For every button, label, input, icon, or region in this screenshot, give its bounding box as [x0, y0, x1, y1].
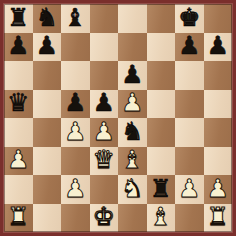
piece-black-pawn[interactable]: ♟: [7, 33, 29, 58]
piece-white-rook[interactable]: ♜: [207, 204, 229, 229]
square-d7[interactable]: [90, 33, 119, 62]
piece-black-knight[interactable]: ♞: [36, 5, 58, 30]
square-g5[interactable]: [175, 90, 204, 119]
square-b2[interactable]: [33, 175, 62, 204]
piece-white-pawn[interactable]: ♟: [121, 90, 143, 115]
square-g6[interactable]: [175, 61, 204, 90]
square-e8[interactable]: [118, 4, 147, 33]
piece-white-pawn[interactable]: ♟: [93, 119, 115, 144]
square-d5[interactable]: ♟: [90, 90, 119, 119]
piece-white-knight[interactable]: ♞: [121, 176, 143, 201]
square-g3[interactable]: [175, 147, 204, 176]
square-e5[interactable]: ♟: [118, 90, 147, 119]
square-d8[interactable]: [90, 4, 119, 33]
square-b5[interactable]: [33, 90, 62, 119]
piece-white-pawn[interactable]: ♟: [207, 176, 229, 201]
piece-white-bishop[interactable]: ♝: [150, 204, 172, 229]
piece-black-king[interactable]: ♚: [178, 5, 200, 30]
square-e2[interactable]: ♞: [118, 175, 147, 204]
square-d2[interactable]: [90, 175, 119, 204]
square-d1[interactable]: ♚: [90, 204, 119, 233]
square-h7[interactable]: ♟: [204, 33, 233, 62]
chess-board: ♜♞♝♚♟♟♟♟♟♛♟♟♟♟♟♞♟♛♝♟♞♜♟♟♜♚♝♜: [4, 4, 232, 232]
square-e3[interactable]: ♝: [118, 147, 147, 176]
piece-white-bishop[interactable]: ♝: [121, 147, 143, 172]
square-h3[interactable]: [204, 147, 233, 176]
piece-black-pawn[interactable]: ♟: [93, 90, 115, 115]
square-a6[interactable]: [4, 61, 33, 90]
square-g1[interactable]: [175, 204, 204, 233]
piece-black-rook[interactable]: ♜: [7, 5, 29, 30]
square-b1[interactable]: [33, 204, 62, 233]
piece-black-pawn[interactable]: ♟: [64, 90, 86, 115]
square-f3[interactable]: [147, 147, 176, 176]
square-d4[interactable]: ♟: [90, 118, 119, 147]
square-c6[interactable]: [61, 61, 90, 90]
square-h8[interactable]: [204, 4, 233, 33]
square-g2[interactable]: ♟: [175, 175, 204, 204]
square-c5[interactable]: ♟: [61, 90, 90, 119]
square-a2[interactable]: [4, 175, 33, 204]
piece-white-pawn[interactable]: ♟: [7, 147, 29, 172]
square-g4[interactable]: [175, 118, 204, 147]
square-h5[interactable]: [204, 90, 233, 119]
square-c1[interactable]: [61, 204, 90, 233]
square-e1[interactable]: [118, 204, 147, 233]
square-h1[interactable]: ♜: [204, 204, 233, 233]
square-a3[interactable]: ♟: [4, 147, 33, 176]
board-frame: ♜♞♝♚♟♟♟♟♟♛♟♟♟♟♟♞♟♛♝♟♞♜♟♟♜♚♝♜: [0, 0, 236, 236]
square-f1[interactable]: ♝: [147, 204, 176, 233]
square-h2[interactable]: ♟: [204, 175, 233, 204]
square-b7[interactable]: ♟: [33, 33, 62, 62]
square-c3[interactable]: [61, 147, 90, 176]
piece-white-pawn[interactable]: ♟: [178, 176, 200, 201]
piece-black-knight[interactable]: ♞: [121, 119, 143, 144]
square-f2[interactable]: ♜: [147, 175, 176, 204]
square-a8[interactable]: ♜: [4, 4, 33, 33]
piece-black-rook[interactable]: ♜: [150, 176, 172, 201]
square-f8[interactable]: [147, 4, 176, 33]
square-e6[interactable]: ♟: [118, 61, 147, 90]
square-a4[interactable]: [4, 118, 33, 147]
piece-black-pawn[interactable]: ♟: [121, 62, 143, 87]
square-h4[interactable]: [204, 118, 233, 147]
square-b3[interactable]: [33, 147, 62, 176]
piece-black-bishop[interactable]: ♝: [64, 5, 86, 30]
piece-black-pawn[interactable]: ♟: [207, 33, 229, 58]
square-a7[interactable]: ♟: [4, 33, 33, 62]
square-a1[interactable]: ♜: [4, 204, 33, 233]
piece-white-queen[interactable]: ♛: [93, 147, 115, 172]
square-d3[interactable]: ♛: [90, 147, 119, 176]
square-f6[interactable]: [147, 61, 176, 90]
square-b4[interactable]: [33, 118, 62, 147]
square-g8[interactable]: ♚: [175, 4, 204, 33]
square-e7[interactable]: [118, 33, 147, 62]
square-c7[interactable]: [61, 33, 90, 62]
square-f5[interactable]: [147, 90, 176, 119]
square-e4[interactable]: ♞: [118, 118, 147, 147]
square-f4[interactable]: [147, 118, 176, 147]
square-b8[interactable]: ♞: [33, 4, 62, 33]
square-c2[interactable]: ♟: [61, 175, 90, 204]
piece-black-queen[interactable]: ♛: [7, 90, 29, 115]
piece-black-pawn[interactable]: ♟: [178, 33, 200, 58]
square-c8[interactable]: ♝: [61, 4, 90, 33]
piece-black-pawn[interactable]: ♟: [36, 33, 58, 58]
square-b6[interactable]: [33, 61, 62, 90]
square-d6[interactable]: [90, 61, 119, 90]
square-f7[interactable]: [147, 33, 176, 62]
piece-white-pawn[interactable]: ♟: [64, 176, 86, 201]
square-a5[interactable]: ♛: [4, 90, 33, 119]
piece-white-rook[interactable]: ♜: [7, 204, 29, 229]
square-c4[interactable]: ♟: [61, 118, 90, 147]
chess-app-window: ♜♞♝♚♟♟♟♟♟♛♟♟♟♟♟♞♟♛♝♟♞♜♟♟♜♚♝♜: [0, 0, 236, 236]
piece-white-king[interactable]: ♚: [93, 204, 115, 229]
square-g7[interactable]: ♟: [175, 33, 204, 62]
piece-white-pawn[interactable]: ♟: [64, 119, 86, 144]
square-h6[interactable]: [204, 61, 233, 90]
